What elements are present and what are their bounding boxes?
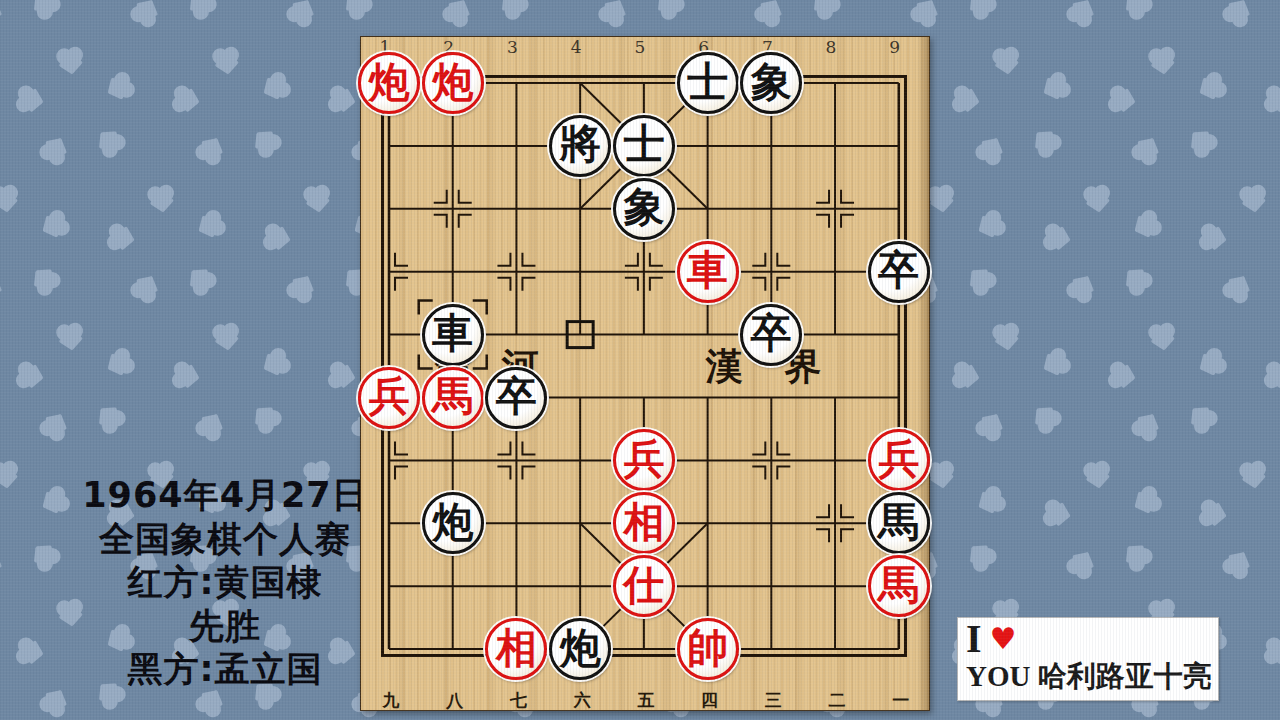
- piece-glyph: 馬: [432, 376, 473, 417]
- piece-red-soldier[interactable]: 兵: [358, 367, 420, 429]
- piece-red-cannon[interactable]: 炮: [358, 52, 420, 114]
- piece-black-elephant[interactable]: 象: [613, 178, 675, 240]
- piece-glyph: 象: [623, 187, 664, 228]
- piece-glyph: 相: [623, 502, 664, 543]
- game-caption: 1964年4月27日 全国象棋个人赛 红方:黄国棣 先胜 黑方:孟立国: [60, 474, 390, 692]
- watermark-box: I ♥ YOU 哈利路亚十亮: [957, 617, 1219, 701]
- piece-black-advisor[interactable]: 士: [677, 52, 739, 114]
- piece-red-soldier[interactable]: 兵: [868, 429, 930, 491]
- piece-red-advisor[interactable]: 仕: [613, 555, 675, 617]
- piece-black-soldier[interactable]: 卒: [868, 241, 930, 303]
- piece-red-horse[interactable]: 馬: [868, 555, 930, 617]
- piece-black-cannon[interactable]: 炮: [549, 618, 611, 680]
- piece-red-chariot[interactable]: 車: [677, 241, 739, 303]
- piece-black-chariot[interactable]: 車: [422, 304, 484, 366]
- file-label-bottom-3: 七: [510, 689, 527, 712]
- piece-glyph: 卒: [878, 250, 919, 291]
- piece-glyph: 將: [560, 124, 601, 165]
- file-label-top-3: 3: [507, 37, 518, 57]
- piece-glyph: 仕: [623, 565, 664, 606]
- heart-icon: ♥: [990, 624, 1017, 654]
- file-label-bottom-4: 六: [574, 689, 591, 712]
- piece-red-elephant[interactable]: 相: [613, 492, 675, 554]
- piece-glyph: 相: [496, 628, 537, 669]
- piece-glyph: 士: [687, 62, 728, 103]
- piece-black-general[interactable]: 將: [549, 115, 611, 177]
- file-label-top-9: 9: [889, 37, 900, 57]
- piece-glyph: 兵: [369, 376, 410, 417]
- piece-glyph: 馬: [878, 565, 919, 606]
- caption-date: 1964年4月27日: [60, 474, 390, 518]
- piece-black-soldier[interactable]: 卒: [740, 304, 802, 366]
- piece-glyph: 炮: [369, 62, 410, 103]
- piece-glyph: 兵: [623, 439, 664, 480]
- watermark-text: YOU 哈利路亚十亮: [966, 658, 1210, 694]
- piece-glyph: 馬: [878, 502, 919, 543]
- piece-glyph: 卒: [496, 376, 537, 417]
- piece-glyph: 炮: [432, 62, 473, 103]
- file-label-bottom-8: 二: [829, 689, 846, 712]
- caption-result: 先胜: [60, 605, 390, 649]
- screenshot-stage: 1964年4月27日 全国象棋个人赛 红方:黄国棣 先胜 黑方:孟立国 I ♥ …: [0, 0, 1280, 720]
- piece-black-cannon[interactable]: 炮: [422, 492, 484, 554]
- watermark-i: I: [966, 622, 982, 656]
- piece-red-cannon[interactable]: 炮: [422, 52, 484, 114]
- piece-red-soldier[interactable]: 兵: [613, 429, 675, 491]
- piece-black-elephant[interactable]: 象: [740, 52, 802, 114]
- caption-red-player: 红方:黄国棣: [60, 561, 390, 605]
- piece-black-advisor[interactable]: 士: [613, 115, 675, 177]
- file-label-top-4: 4: [571, 37, 582, 57]
- piece-glyph: 兵: [878, 439, 919, 480]
- caption-black-player: 黑方:孟立国: [60, 648, 390, 692]
- piece-glyph: 炮: [560, 628, 601, 669]
- piece-glyph: 車: [687, 250, 728, 291]
- file-label-bottom-2: 八: [446, 689, 463, 712]
- piece-glyph: 炮: [432, 502, 473, 543]
- piece-black-soldier[interactable]: 卒: [485, 367, 547, 429]
- file-label-top-8: 8: [826, 37, 837, 57]
- file-label-top-5: 5: [634, 37, 645, 57]
- piece-glyph: 象: [751, 62, 792, 103]
- piece-glyph: 帥: [687, 628, 728, 669]
- file-label-bottom-7: 三: [765, 689, 782, 712]
- piece-glyph: 車: [432, 313, 473, 354]
- file-label-bottom-5: 五: [637, 689, 654, 712]
- piece-red-horse[interactable]: 馬: [422, 367, 484, 429]
- caption-event: 全国象棋个人赛: [60, 518, 390, 562]
- piece-glyph: 卒: [751, 313, 792, 354]
- piece-glyph: 士: [623, 124, 664, 165]
- file-label-bottom-9: 一: [892, 689, 909, 712]
- piece-black-horse[interactable]: 馬: [868, 492, 930, 554]
- file-label-bottom-1: 九: [383, 689, 400, 712]
- file-label-bottom-6: 四: [701, 689, 718, 712]
- piece-red-general[interactable]: 帥: [677, 618, 739, 680]
